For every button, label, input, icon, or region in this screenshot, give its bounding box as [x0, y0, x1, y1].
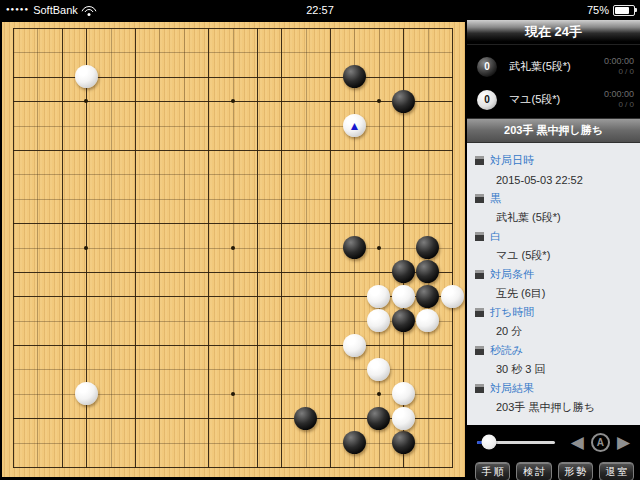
info-value: マユ (5段*) [475, 246, 632, 265]
prev-move-button[interactable]: ◀ [571, 434, 584, 451]
black-stone [367, 407, 390, 430]
auto-play-button[interactable]: A [591, 433, 610, 452]
playback-controls: ◀ A ▶ 手順検討形勢退室 [467, 425, 640, 480]
white-stone-icon: 0 [477, 90, 497, 110]
slider-knob[interactable] [481, 435, 496, 450]
bullet-icon [475, 270, 484, 279]
info-row: 黒 武礼葉 (5段*) [475, 189, 632, 227]
info-value: 互先 (6目) [475, 284, 632, 303]
player-time: 0:00:00 [604, 56, 634, 67]
grid-line [281, 28, 282, 468]
grid-line [13, 345, 453, 346]
white-stone [416, 309, 439, 332]
info-label-text: 黒 [490, 191, 501, 206]
info-label: 対局結果 [475, 379, 632, 398]
player-periods: 0 / 0 [604, 100, 634, 110]
bullet-icon [475, 384, 484, 393]
info-row: 対局日時 2015-05-03 22:52 [475, 151, 632, 189]
player-name: 武礼葉(5段*) [509, 59, 571, 74]
info-row: 打ち時間 20 分 [475, 303, 632, 341]
player-row: 0 マユ(5段*) 0:00:00 0 / 0 [467, 83, 640, 116]
info-row: 対局条件 互先 (6目) [475, 265, 632, 303]
status-bar: ●●●●● SoftBank 22:57 75% [0, 0, 640, 20]
info-label-text: 打ち時間 [490, 305, 534, 320]
white-stone [392, 382, 415, 405]
grid-line [306, 28, 307, 468]
info-label: 秒読み [475, 341, 632, 360]
white-stone [441, 285, 464, 308]
white-stone [392, 285, 415, 308]
go-app-screen: ●●●●● SoftBank 22:57 75% ▲ 現在 24手 0 武礼葉(… [0, 0, 640, 480]
bullet-icon [475, 232, 484, 241]
info-label-text: 対局条件 [490, 267, 534, 282]
bullet-icon [475, 194, 484, 203]
button-row: 手順検討形勢退室 [467, 455, 640, 480]
nav-group: ◀ A ▶ [571, 433, 632, 452]
black-stone [416, 236, 439, 259]
white-stone [343, 334, 366, 357]
black-stone [392, 431, 415, 454]
white-stone [367, 309, 390, 332]
board-wood: ▲ [2, 22, 465, 477]
player-time: 0:00:00 [604, 89, 634, 100]
white-stone [367, 358, 390, 381]
black-stone [416, 260, 439, 283]
last-move-triangle-marker: ▲ [343, 114, 366, 137]
info-label: 対局条件 [475, 265, 632, 284]
grid-line [257, 28, 258, 468]
side-panel: 現在 24手 0 武礼葉(5段*) 0:00:00 0 / 0 0 マユ(5段*… [467, 20, 640, 480]
grid-line [452, 28, 453, 468]
info-row: 対局結果 203手 黒中押し勝ち [475, 379, 632, 417]
star-point [231, 99, 235, 103]
slider-row: ◀ A ▶ [467, 425, 640, 455]
review-button[interactable]: 検討 [516, 462, 551, 480]
move-slider[interactable] [477, 441, 555, 444]
black-stone [343, 236, 366, 259]
white-stone [75, 382, 98, 405]
evaluation-button[interactable]: 形勢 [558, 462, 593, 480]
black-stone [392, 260, 415, 283]
next-move-button[interactable]: ▶ [617, 434, 630, 451]
info-label: 対局日時 [475, 151, 632, 170]
info-label-text: 対局日時 [490, 153, 534, 168]
info-value: 203手 黒中押し勝ち [475, 398, 632, 417]
capture-count: 0 [484, 61, 490, 72]
black-stone-icon: 0 [477, 57, 497, 77]
players-section: 0 武礼葉(5段*) 0:00:00 0 / 0 0 マユ(5段*) 0:00:… [467, 45, 640, 118]
grid-line [13, 467, 453, 468]
battery-icon [613, 5, 635, 16]
info-value: 20 分 [475, 322, 632, 341]
info-row: 白 マユ (5段*) [475, 227, 632, 265]
white-stone [392, 407, 415, 430]
star-point [231, 392, 235, 396]
player-periods: 0 / 0 [604, 67, 634, 77]
clock-label: 22:57 [0, 4, 640, 16]
black-stone [294, 407, 317, 430]
white-stone: ▲ [343, 114, 366, 137]
info-label-text: 白 [490, 229, 501, 244]
result-banner: 203手 黒中押し勝ち [467, 118, 640, 143]
info-value: 30 秒 3 回 [475, 360, 632, 379]
game-info-list: 対局日時 2015-05-03 22:52 黒 武礼葉 (5段*) 白 マユ (… [467, 143, 640, 430]
info-label: 白 [475, 227, 632, 246]
player-clock: 0:00:00 0 / 0 [604, 56, 634, 77]
bullet-icon [475, 308, 484, 317]
player-clock: 0:00:00 0 / 0 [604, 89, 634, 110]
go-board: ▲ [0, 20, 467, 480]
info-value: 武礼葉 (5段*) [475, 208, 632, 227]
info-row: 秒読み 30 秒 3 回 [475, 341, 632, 379]
info-value: 2015-05-03 22:52 [475, 170, 632, 189]
player-name: マユ(5段*) [509, 92, 560, 107]
black-stone [392, 309, 415, 332]
move-counter-header: 現在 24手 [467, 20, 640, 45]
black-stone [392, 90, 415, 113]
grid-line [13, 272, 453, 273]
black-stone [343, 65, 366, 88]
info-label-text: 秒読み [490, 343, 523, 358]
star-point [377, 99, 381, 103]
info-label: 打ち時間 [475, 303, 632, 322]
white-stone [75, 65, 98, 88]
black-stone [416, 285, 439, 308]
leave-button[interactable]: 退室 [599, 462, 634, 480]
black-stone [343, 431, 366, 454]
bullet-icon [475, 156, 484, 165]
capture-count: 0 [484, 94, 490, 105]
moves-button[interactable]: 手順 [475, 462, 510, 480]
player-row: 0 武礼葉(5段*) 0:00:00 0 / 0 [467, 50, 640, 83]
grid-line [330, 28, 331, 468]
bullet-icon [475, 346, 484, 355]
white-stone [367, 285, 390, 308]
info-label: 黒 [475, 189, 632, 208]
star-point [377, 392, 381, 396]
star-point [231, 246, 235, 250]
star-point [84, 246, 88, 250]
info-label-text: 対局結果 [490, 381, 534, 396]
grid-line [13, 443, 453, 444]
star-point [84, 99, 88, 103]
star-point [377, 246, 381, 250]
board-grid[interactable]: ▲ [13, 28, 453, 468]
